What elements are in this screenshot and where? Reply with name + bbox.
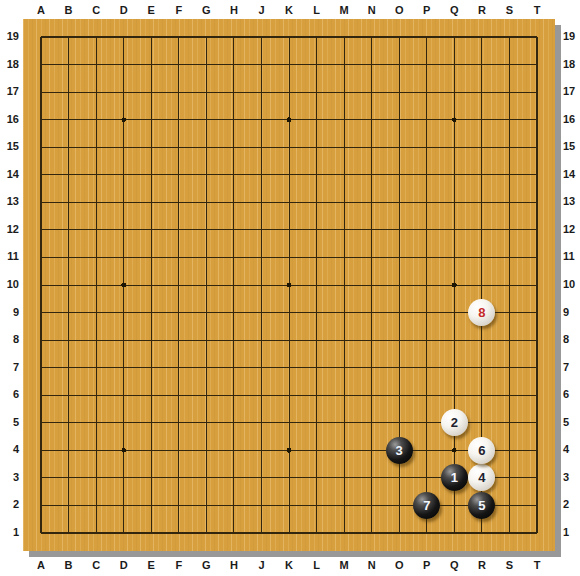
move-number-1: 1 <box>451 471 458 484</box>
top-column-label-E: E <box>139 3 163 18</box>
bottom-column-label-T: T <box>525 558 549 573</box>
bottom-column-label-J: J <box>249 558 273 573</box>
top-column-label-G: G <box>194 3 218 18</box>
top-column-label-K: K <box>277 3 301 18</box>
star-point-Q4 <box>452 448 457 453</box>
bottom-column-label-M: M <box>332 558 356 573</box>
left-row-label-6: 6 <box>0 387 19 402</box>
bottom-column-label-G: G <box>194 558 218 573</box>
move-number-5: 5 <box>478 499 485 512</box>
top-column-label-Q: Q <box>442 3 466 18</box>
right-row-label-5: 5 <box>561 415 580 430</box>
bottom-column-label-Q: Q <box>442 558 466 573</box>
right-row-label-2: 2 <box>561 497 580 512</box>
right-row-label-4: 4 <box>561 442 580 457</box>
bottom-column-label-C: C <box>84 558 108 573</box>
top-column-label-B: B <box>57 3 81 18</box>
left-row-label-5: 5 <box>0 415 19 430</box>
right-row-label-18: 18 <box>561 57 580 72</box>
stone-white-R4-move-6[interactable]: 6 <box>468 437 495 464</box>
bottom-column-label-F: F <box>167 558 191 573</box>
star-point-K10 <box>287 283 292 288</box>
move-number-2: 2 <box>451 416 458 429</box>
bottom-column-label-D: D <box>112 558 136 573</box>
top-column-label-P: P <box>415 3 439 18</box>
left-row-label-18: 18 <box>0 57 19 72</box>
bottom-column-label-R: R <box>470 558 494 573</box>
left-row-label-11: 11 <box>0 249 19 264</box>
right-row-label-8: 8 <box>561 332 580 347</box>
top-column-label-S: S <box>497 3 521 18</box>
star-point-K4 <box>287 448 292 453</box>
go-diagram-page: { "game": "Go", "description": "19x19 Go… <box>0 0 580 576</box>
bottom-column-label-N: N <box>360 558 384 573</box>
left-row-label-7: 7 <box>0 360 19 375</box>
bottom-column-label-H: H <box>222 558 246 573</box>
left-row-label-17: 17 <box>0 84 19 99</box>
star-point-Q10 <box>452 283 457 288</box>
move-number-4: 4 <box>478 471 485 484</box>
bottom-column-label-L: L <box>305 558 329 573</box>
top-column-label-L: L <box>305 3 329 18</box>
stone-black-O4-move-3[interactable]: 3 <box>386 437 413 464</box>
left-row-label-19: 19 <box>0 29 19 44</box>
left-row-label-3: 3 <box>0 470 19 485</box>
bottom-column-label-O: O <box>387 558 411 573</box>
right-row-label-16: 16 <box>561 112 580 127</box>
move-number-3: 3 <box>396 444 403 457</box>
top-column-label-T: T <box>525 3 549 18</box>
move-number-7: 7 <box>423 499 430 512</box>
bottom-column-label-A: A <box>29 558 53 573</box>
left-row-label-14: 14 <box>0 167 19 182</box>
right-row-label-12: 12 <box>561 222 580 237</box>
left-row-label-16: 16 <box>0 112 19 127</box>
bottom-column-label-P: P <box>415 558 439 573</box>
top-column-label-H: H <box>222 3 246 18</box>
stone-black-P2-move-7[interactable]: 7 <box>413 492 440 519</box>
bottom-column-label-E: E <box>139 558 163 573</box>
left-row-label-4: 4 <box>0 442 19 457</box>
right-row-label-17: 17 <box>561 84 580 99</box>
top-column-label-A: A <box>29 3 53 18</box>
bottom-column-label-B: B <box>57 558 81 573</box>
top-column-label-J: J <box>249 3 273 18</box>
right-row-label-1: 1 <box>561 525 580 540</box>
left-row-label-15: 15 <box>0 139 19 154</box>
go-board[interactable]: 12345678 <box>23 19 555 551</box>
right-row-label-10: 10 <box>561 277 580 292</box>
top-column-label-M: M <box>332 3 356 18</box>
right-row-label-19: 19 <box>561 29 580 44</box>
left-row-label-1: 1 <box>0 525 19 540</box>
right-row-label-3: 3 <box>561 470 580 485</box>
top-column-label-D: D <box>112 3 136 18</box>
left-row-label-9: 9 <box>0 305 19 320</box>
right-row-label-11: 11 <box>561 249 580 264</box>
top-column-label-C: C <box>84 3 108 18</box>
left-row-label-2: 2 <box>0 497 19 512</box>
stone-white-Q5-move-2[interactable]: 2 <box>441 409 468 436</box>
star-point-D16 <box>121 117 126 122</box>
left-row-label-13: 13 <box>0 194 19 209</box>
top-column-label-N: N <box>360 3 384 18</box>
top-column-label-O: O <box>387 3 411 18</box>
top-column-label-F: F <box>167 3 191 18</box>
right-row-label-14: 14 <box>561 167 580 182</box>
move-number-8: 8 <box>478 306 485 319</box>
left-row-label-10: 10 <box>0 277 19 292</box>
right-row-label-7: 7 <box>561 360 580 375</box>
left-row-label-8: 8 <box>0 332 19 347</box>
left-row-label-12: 12 <box>0 222 19 237</box>
star-point-D4 <box>121 448 126 453</box>
stone-black-Q3-move-1[interactable]: 1 <box>441 464 468 491</box>
bottom-column-label-K: K <box>277 558 301 573</box>
star-point-K16 <box>287 117 292 122</box>
move-number-6: 6 <box>478 444 485 457</box>
right-row-label-13: 13 <box>561 194 580 209</box>
bottom-column-label-S: S <box>497 558 521 573</box>
top-column-label-R: R <box>470 3 494 18</box>
star-point-D10 <box>121 283 126 288</box>
right-row-label-15: 15 <box>561 139 580 154</box>
right-row-label-9: 9 <box>561 305 580 320</box>
right-row-label-6: 6 <box>561 387 580 402</box>
star-point-Q16 <box>452 117 457 122</box>
